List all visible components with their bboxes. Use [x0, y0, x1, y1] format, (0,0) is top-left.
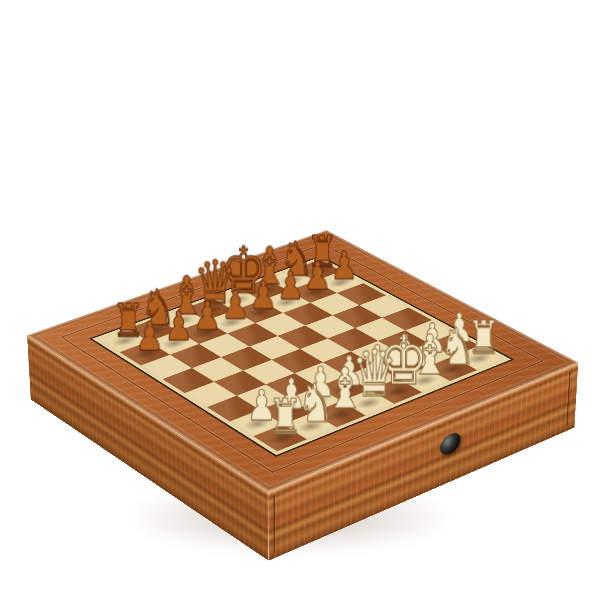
square-a1[interactable]: ♜ [253, 424, 307, 451]
piece-black-pawn-a7[interactable]: ♟ [101, 316, 197, 356]
drawer-seam [273, 495, 275, 553]
drawer-seam [566, 371, 571, 426]
perspective-scene: ♜♞♝♛♚♝♞♜♟♟♟♟♟♟♟♟♟♟♟♟♟♟♟♟♜♞♝♛♚♝♞♜ [0, 0, 600, 600]
drawer-knob[interactable] [440, 430, 461, 458]
chess-set-photo: ♜♞♝♛♚♝♞♜♟♟♟♟♟♟♟♟♟♟♟♟♟♟♟♟♜♞♝♛♚♝♞♜ [0, 0, 600, 600]
piece-white-rook-a1[interactable]: ♜ [235, 392, 337, 441]
square-a7[interactable]: ♟ [120, 342, 171, 366]
